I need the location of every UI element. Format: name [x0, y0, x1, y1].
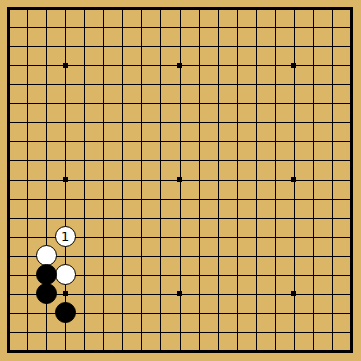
- stone-black-c4[interactable]: [36, 283, 57, 304]
- move-number-label: 1: [61, 230, 69, 243]
- grid-line-horizontal: [7, 199, 353, 200]
- star-point: [291, 291, 296, 296]
- grid-line-horizontal: [7, 256, 353, 257]
- star-point: [63, 291, 68, 296]
- star-point: [177, 63, 182, 68]
- star-point: [291, 177, 296, 182]
- grid-line-horizontal: [7, 218, 353, 219]
- grid-line-horizontal: [7, 332, 353, 333]
- grid-line-vertical: [275, 7, 276, 353]
- star-point: [291, 63, 296, 68]
- stone-white-d5[interactable]: [55, 264, 76, 285]
- stone-white-d7[interactable]: 1: [55, 226, 76, 247]
- go-board[interactable]: 1: [0, 0, 361, 361]
- grid-line-vertical: [350, 7, 353, 353]
- grid-line-vertical: [332, 7, 333, 353]
- grid-line-vertical: [256, 7, 257, 353]
- grid-line-vertical: [237, 7, 238, 353]
- stone-white-c6[interactable]: [36, 245, 57, 266]
- star-point: [63, 63, 68, 68]
- grid-line-horizontal: [7, 350, 353, 353]
- grid-line-vertical: [199, 7, 200, 353]
- stone-black-d3[interactable]: [55, 302, 76, 323]
- grid-line-vertical: [218, 7, 219, 353]
- star-point: [63, 177, 68, 182]
- star-point: [177, 177, 182, 182]
- star-point: [177, 291, 182, 296]
- grid-line-vertical: [313, 7, 314, 353]
- stone-black-c5[interactable]: [36, 264, 57, 285]
